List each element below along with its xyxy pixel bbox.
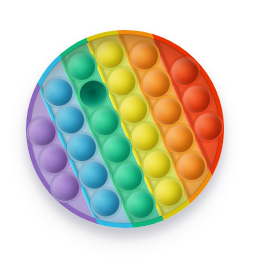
popit-bubble-red-1[interactable]: [167, 53, 202, 88]
popit-bubble-blue-1[interactable]: [41, 74, 76, 109]
popit-bubble-orange-4[interactable]: [162, 121, 197, 156]
popit-bubble-yellow-1[interactable]: [92, 36, 127, 71]
popit-bubble-purple-3[interactable]: [48, 169, 83, 204]
popit-bubble-blue-5[interactable]: [88, 185, 123, 220]
popit-bubble-yellow-4[interactable]: [127, 119, 162, 154]
popit-bubble-red-3[interactable]: [190, 109, 225, 144]
popit-bubble-green-5[interactable]: [111, 159, 146, 194]
popit-bubble-green-4[interactable]: [99, 131, 134, 166]
popit-bubble-blue-3[interactable]: [64, 129, 99, 164]
popit-bubble-purple-1[interactable]: [24, 114, 59, 149]
popit-bubble-yellow-5[interactable]: [139, 147, 174, 182]
popit-bubble-green-2-popped[interactable]: [75, 76, 110, 111]
popit-bubble-purple-2[interactable]: [36, 142, 71, 177]
popit-bubble-yellow-6[interactable]: [151, 174, 186, 209]
popit-bubble-yellow-2[interactable]: [104, 64, 139, 99]
popit-bubble-blue-2[interactable]: [53, 102, 88, 137]
popit-bubble-green-3[interactable]: [87, 104, 122, 139]
product-photo: [0, 0, 270, 264]
popit-bubble-red-2[interactable]: [179, 81, 214, 116]
popit-bubble-orange-2[interactable]: [138, 66, 173, 101]
popit-bubble-blue-4[interactable]: [76, 157, 111, 192]
toy-bubbles: [0, 0, 255, 259]
popit-bubble-orange-1[interactable]: [127, 38, 162, 73]
popit-bubble-orange-5[interactable]: [174, 148, 209, 183]
pop-it-toy: [0, 0, 255, 259]
popit-bubble-green-1[interactable]: [64, 48, 99, 83]
popit-bubble-orange-3[interactable]: [150, 93, 185, 128]
popit-bubble-yellow-3[interactable]: [116, 91, 151, 126]
popit-bubble-green-6[interactable]: [122, 186, 157, 221]
